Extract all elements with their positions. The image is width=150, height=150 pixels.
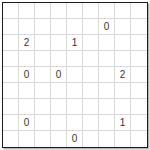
- grid-cell-r3c1[interactable]: [19, 51, 35, 67]
- grid-cell-r4c1[interactable]: 0: [19, 67, 35, 83]
- grid-cell-r1c7[interactable]: [115, 19, 131, 35]
- grid-cell-r8c8[interactable]: [131, 131, 147, 147]
- grid-cell-r8c4[interactable]: 0: [67, 131, 83, 147]
- grid-cell-r6c7[interactable]: [115, 99, 131, 115]
- grid-cell-r4c8[interactable]: [131, 67, 147, 83]
- grid-cell-r3c8[interactable]: [131, 51, 147, 67]
- grid-cell-r4c0[interactable]: [3, 67, 19, 83]
- puzzle-board: 021002010: [2, 2, 148, 148]
- grid-cell-r0c4[interactable]: [67, 3, 83, 19]
- grid-cell-r8c0[interactable]: [3, 131, 19, 147]
- grid-cell-r5c8[interactable]: [131, 83, 147, 99]
- grid-cell-r5c4[interactable]: [67, 83, 83, 99]
- grid-cell-r3c4[interactable]: [67, 51, 83, 67]
- grid-cell-r2c8[interactable]: [131, 35, 147, 51]
- grid-cell-r7c5[interactable]: [83, 115, 99, 131]
- grid-cell-r2c0[interactable]: [3, 35, 19, 51]
- grid-cell-r3c6[interactable]: [99, 51, 115, 67]
- grid-cell-r1c1[interactable]: [19, 19, 35, 35]
- grid-cell-r0c7[interactable]: [115, 3, 131, 19]
- grid-cell-r7c8[interactable]: [131, 115, 147, 131]
- grid-cell-r8c6[interactable]: [99, 131, 115, 147]
- grid-cell-r3c0[interactable]: [3, 51, 19, 67]
- grid-cell-r8c7[interactable]: [115, 131, 131, 147]
- grid-cell-r7c1[interactable]: 0: [19, 115, 35, 131]
- grid-cell-r4c3[interactable]: 0: [51, 67, 67, 83]
- grid-cell-r5c6[interactable]: [99, 83, 115, 99]
- grid-cell-r2c5[interactable]: [83, 35, 99, 51]
- grid-cell-r1c5[interactable]: [83, 19, 99, 35]
- grid-cell-r5c7[interactable]: [115, 83, 131, 99]
- grid-cell-r0c0[interactable]: [3, 3, 19, 19]
- grid-cell-r0c6[interactable]: [99, 3, 115, 19]
- grid-cell-r6c0[interactable]: [3, 99, 19, 115]
- grid-cell-r6c2[interactable]: [35, 99, 51, 115]
- grid-cell-r1c6[interactable]: 0: [99, 19, 115, 35]
- grid-cell-r4c4[interactable]: [67, 67, 83, 83]
- grid-cell-r0c5[interactable]: [83, 3, 99, 19]
- grid-cell-r0c2[interactable]: [35, 3, 51, 19]
- grid-cell-r3c3[interactable]: [51, 51, 67, 67]
- grid-cell-r2c2[interactable]: [35, 35, 51, 51]
- grid-cell-r0c3[interactable]: [51, 3, 67, 19]
- grid-cell-r5c1[interactable]: [19, 83, 35, 99]
- grid-cell-r5c5[interactable]: [83, 83, 99, 99]
- grid-cell-r7c0[interactable]: [3, 115, 19, 131]
- grid-cell-r1c4[interactable]: [67, 19, 83, 35]
- grid-cell-r2c3[interactable]: [51, 35, 67, 51]
- grid-cell-r4c7[interactable]: 2: [115, 67, 131, 83]
- grid-cell-r6c5[interactable]: [83, 99, 99, 115]
- grid-cell-r2c4[interactable]: 1: [67, 35, 83, 51]
- grid-cell-r8c2[interactable]: [35, 131, 51, 147]
- grid-cell-r8c1[interactable]: [19, 131, 35, 147]
- grid-cell-r0c1[interactable]: [19, 3, 35, 19]
- grid-cell-r7c2[interactable]: [35, 115, 51, 131]
- grid-cell-r6c1[interactable]: [19, 99, 35, 115]
- grid-cell-r6c8[interactable]: [131, 99, 147, 115]
- page-background: 021002010: [0, 0, 150, 150]
- grid-cell-r6c3[interactable]: [51, 99, 67, 115]
- grid-cell-r5c2[interactable]: [35, 83, 51, 99]
- grid-cell-r1c0[interactable]: [3, 19, 19, 35]
- grid-cell-r4c5[interactable]: [83, 67, 99, 83]
- grid-cell-r8c3[interactable]: [51, 131, 67, 147]
- grid-cell-r2c6[interactable]: [99, 35, 115, 51]
- grid-cell-r1c2[interactable]: [35, 19, 51, 35]
- grid-cell-r8c5[interactable]: [83, 131, 99, 147]
- grid-cell-r0c8[interactable]: [131, 3, 147, 19]
- grid-cell-r7c3[interactable]: [51, 115, 67, 131]
- grid-cell-r3c2[interactable]: [35, 51, 51, 67]
- grid-cell-r7c6[interactable]: [99, 115, 115, 131]
- grid-cell-r6c4[interactable]: [67, 99, 83, 115]
- grid-cell-r2c7[interactable]: [115, 35, 131, 51]
- grid-cell-r7c7[interactable]: 1: [115, 115, 131, 131]
- grid-cell-r5c0[interactable]: [3, 83, 19, 99]
- grid-cell-r3c5[interactable]: [83, 51, 99, 67]
- grid-cell-r4c6[interactable]: [99, 67, 115, 83]
- grid-cell-r4c2[interactable]: [35, 67, 51, 83]
- grid-cell-r2c1[interactable]: 2: [19, 35, 35, 51]
- grid-cell-r7c4[interactable]: [67, 115, 83, 131]
- grid-cell-r3c7[interactable]: [115, 51, 131, 67]
- grid-cell-r1c8[interactable]: [131, 19, 147, 35]
- grid-cell-r1c3[interactable]: [51, 19, 67, 35]
- grid-cell-r6c6[interactable]: [99, 99, 115, 115]
- grid-cell-r5c3[interactable]: [51, 83, 67, 99]
